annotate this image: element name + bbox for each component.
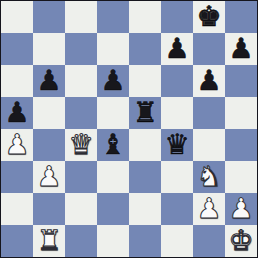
piece-white-pawn[interactable]: ♟	[193, 193, 225, 225]
square-f7[interactable]: ♟	[161, 33, 193, 65]
square-b5[interactable]	[33, 97, 65, 129]
piece-black-pawn[interactable]: ♟	[225, 33, 257, 65]
square-d4[interactable]: ♝	[97, 129, 129, 161]
square-h2[interactable]: ♟	[225, 193, 257, 225]
piece-white-pawn[interactable]: ♟	[1, 129, 33, 161]
piece-white-king[interactable]: ♚	[225, 225, 257, 257]
square-d1[interactable]	[97, 225, 129, 257]
square-b7[interactable]	[33, 33, 65, 65]
square-h7[interactable]: ♟	[225, 33, 257, 65]
piece-black-bishop[interactable]: ♝	[97, 129, 129, 161]
square-b2[interactable]	[33, 193, 65, 225]
square-d6[interactable]: ♟	[97, 65, 129, 97]
square-c5[interactable]	[65, 97, 97, 129]
piece-black-pawn[interactable]: ♟	[33, 65, 65, 97]
square-b4[interactable]	[33, 129, 65, 161]
piece-white-pawn[interactable]: ♟	[33, 161, 65, 193]
square-h1[interactable]: ♚	[225, 225, 257, 257]
piece-black-pawn[interactable]: ♟	[97, 65, 129, 97]
square-g1[interactable]	[193, 225, 225, 257]
piece-black-queen[interactable]: ♛	[161, 129, 193, 161]
square-c1[interactable]	[65, 225, 97, 257]
square-a4[interactable]: ♟	[1, 129, 33, 161]
square-f1[interactable]	[161, 225, 193, 257]
square-c7[interactable]	[65, 33, 97, 65]
square-a1[interactable]	[1, 225, 33, 257]
square-e4[interactable]	[129, 129, 161, 161]
square-f6[interactable]	[161, 65, 193, 97]
piece-black-pawn[interactable]: ♟	[1, 97, 33, 129]
square-b1[interactable]: ♜	[33, 225, 65, 257]
square-e1[interactable]	[129, 225, 161, 257]
square-d7[interactable]	[97, 33, 129, 65]
square-a8[interactable]	[1, 1, 33, 33]
square-e6[interactable]	[129, 65, 161, 97]
square-f2[interactable]	[161, 193, 193, 225]
square-e8[interactable]	[129, 1, 161, 33]
square-f5[interactable]	[161, 97, 193, 129]
square-c3[interactable]	[65, 161, 97, 193]
square-b3[interactable]: ♟	[33, 161, 65, 193]
square-e7[interactable]	[129, 33, 161, 65]
square-e2[interactable]	[129, 193, 161, 225]
square-g3[interactable]: ♞	[193, 161, 225, 193]
square-a2[interactable]	[1, 193, 33, 225]
square-d5[interactable]	[97, 97, 129, 129]
square-g8[interactable]: ♚	[193, 1, 225, 33]
square-a3[interactable]	[1, 161, 33, 193]
square-a6[interactable]	[1, 65, 33, 97]
square-f4[interactable]: ♛	[161, 129, 193, 161]
square-c4[interactable]: ♛	[65, 129, 97, 161]
square-g6[interactable]: ♟	[193, 65, 225, 97]
square-c2[interactable]	[65, 193, 97, 225]
square-d8[interactable]	[97, 1, 129, 33]
square-d3[interactable]	[97, 161, 129, 193]
square-g7[interactable]	[193, 33, 225, 65]
piece-white-knight[interactable]: ♞	[193, 161, 225, 193]
square-e5[interactable]: ♜	[129, 97, 161, 129]
square-h5[interactable]	[225, 97, 257, 129]
square-f3[interactable]	[161, 161, 193, 193]
square-a5[interactable]: ♟	[1, 97, 33, 129]
chess-board-frame: ♚♟♟♟♟♟♟♜♟♛♝♛♟♞♟♟♜♚	[0, 0, 258, 258]
square-a7[interactable]	[1, 33, 33, 65]
piece-black-pawn[interactable]: ♟	[193, 65, 225, 97]
square-g5[interactable]	[193, 97, 225, 129]
square-d2[interactable]	[97, 193, 129, 225]
square-e3[interactable]	[129, 161, 161, 193]
square-f8[interactable]	[161, 1, 193, 33]
piece-black-rook[interactable]: ♜	[129, 97, 161, 129]
square-b8[interactable]	[33, 1, 65, 33]
piece-white-pawn[interactable]: ♟	[225, 193, 257, 225]
square-b6[interactable]: ♟	[33, 65, 65, 97]
square-h8[interactable]	[225, 1, 257, 33]
square-c6[interactable]	[65, 65, 97, 97]
square-g4[interactable]	[193, 129, 225, 161]
chess-board: ♚♟♟♟♟♟♟♜♟♛♝♛♟♞♟♟♜♚	[1, 1, 257, 257]
piece-white-rook[interactable]: ♜	[33, 225, 65, 257]
piece-black-pawn[interactable]: ♟	[161, 33, 193, 65]
square-h3[interactable]	[225, 161, 257, 193]
square-h6[interactable]	[225, 65, 257, 97]
square-h4[interactable]	[225, 129, 257, 161]
square-g2[interactable]: ♟	[193, 193, 225, 225]
piece-black-king[interactable]: ♚	[193, 1, 225, 33]
square-c8[interactable]	[65, 1, 97, 33]
piece-white-queen[interactable]: ♛	[65, 129, 97, 161]
